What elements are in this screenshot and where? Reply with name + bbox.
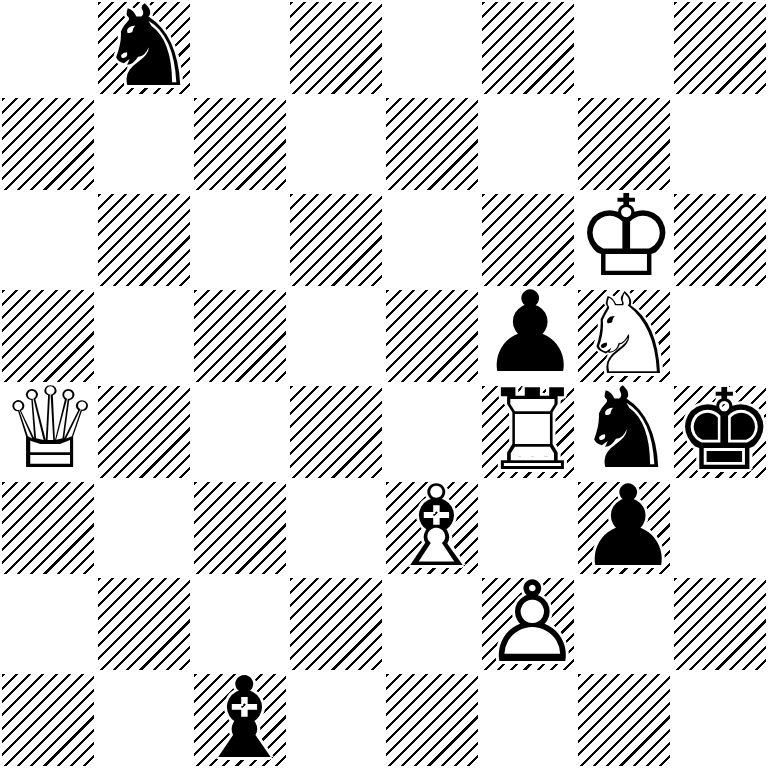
- square-c3[interactable]: [192, 480, 288, 576]
- square-c4[interactable]: [192, 384, 288, 480]
- square-c5[interactable]: [192, 288, 288, 384]
- black-bishop-icon: ♝: [194, 670, 290, 766]
- chess-board: ♞♞♚♔♟♟♞♘♛♕♜♖♞♞♚♚♝♗♟♟♟♙♝♝: [0, 0, 768, 768]
- square-g8[interactable]: [576, 0, 672, 96]
- square-a1[interactable]: [0, 672, 96, 768]
- square-e6[interactable]: [384, 192, 480, 288]
- white-rook-icon: ♖: [482, 382, 578, 478]
- square-d7[interactable]: [288, 96, 384, 192]
- square-c8[interactable]: [192, 0, 288, 96]
- square-e3[interactable]: ♝♗: [384, 480, 480, 576]
- square-d8[interactable]: [288, 0, 384, 96]
- square-g2[interactable]: [576, 576, 672, 672]
- square-e5[interactable]: [384, 288, 480, 384]
- square-a7[interactable]: [0, 96, 96, 192]
- square-c7[interactable]: [192, 96, 288, 192]
- square-a8[interactable]: [0, 0, 96, 96]
- piece-black-knight-b8[interactable]: ♞♞: [98, 0, 194, 94]
- square-c1[interactable]: ♝♝: [192, 672, 288, 768]
- square-d3[interactable]: [288, 480, 384, 576]
- square-e8[interactable]: [384, 0, 480, 96]
- square-e2[interactable]: [384, 576, 480, 672]
- piece-black-king-h4[interactable]: ♚♚: [674, 382, 768, 478]
- square-h8[interactable]: [672, 0, 768, 96]
- square-h7[interactable]: [672, 96, 768, 192]
- piece-white-pawn-f2[interactable]: ♟♙: [482, 574, 578, 670]
- square-d1[interactable]: [288, 672, 384, 768]
- square-d4[interactable]: [288, 384, 384, 480]
- black-knight-icon: ♞: [98, 0, 194, 94]
- square-d5[interactable]: [288, 288, 384, 384]
- square-f2[interactable]: ♟♙: [480, 576, 576, 672]
- white-queen-icon: ♕: [0, 380, 96, 476]
- square-b3[interactable]: [96, 480, 192, 576]
- square-b8[interactable]: ♞♞: [96, 0, 192, 96]
- square-b7[interactable]: [96, 96, 192, 192]
- piece-black-bishop-c1[interactable]: ♝♝: [194, 670, 290, 766]
- square-f1[interactable]: [480, 672, 576, 768]
- square-g3[interactable]: ♟♟: [576, 480, 672, 576]
- square-b2[interactable]: [96, 576, 192, 672]
- square-g1[interactable]: [576, 672, 672, 768]
- square-a6[interactable]: [0, 192, 96, 288]
- square-b6[interactable]: [96, 192, 192, 288]
- square-h1[interactable]: [672, 672, 768, 768]
- square-h2[interactable]: [672, 576, 768, 672]
- square-a3[interactable]: [0, 480, 96, 576]
- square-f4[interactable]: ♜♖: [480, 384, 576, 480]
- square-b4[interactable]: [96, 384, 192, 480]
- square-c6[interactable]: [192, 192, 288, 288]
- piece-white-rook-f4[interactable]: ♜♖: [482, 382, 578, 478]
- square-h3[interactable]: [672, 480, 768, 576]
- square-e1[interactable]: [384, 672, 480, 768]
- white-bishop-icon: ♗: [386, 478, 482, 574]
- square-e7[interactable]: [384, 96, 480, 192]
- square-d2[interactable]: [288, 576, 384, 672]
- square-h6[interactable]: [672, 192, 768, 288]
- square-b5[interactable]: [96, 288, 192, 384]
- piece-white-bishop-e3[interactable]: ♝♗: [386, 478, 482, 574]
- square-f7[interactable]: [480, 96, 576, 192]
- square-f8[interactable]: [480, 0, 576, 96]
- black-king-icon: ♚: [674, 382, 768, 478]
- square-a2[interactable]: [0, 576, 96, 672]
- black-pawn-icon: ♟: [578, 478, 674, 574]
- square-h4[interactable]: ♚♚: [672, 384, 768, 480]
- square-a4[interactable]: ♛♕: [0, 384, 96, 480]
- white-pawn-icon: ♙: [482, 574, 578, 670]
- square-d6[interactable]: [288, 192, 384, 288]
- piece-white-queen-a4[interactable]: ♛♕: [0, 380, 96, 476]
- square-b1[interactable]: [96, 672, 192, 768]
- piece-black-pawn-g3[interactable]: ♟♟: [578, 478, 674, 574]
